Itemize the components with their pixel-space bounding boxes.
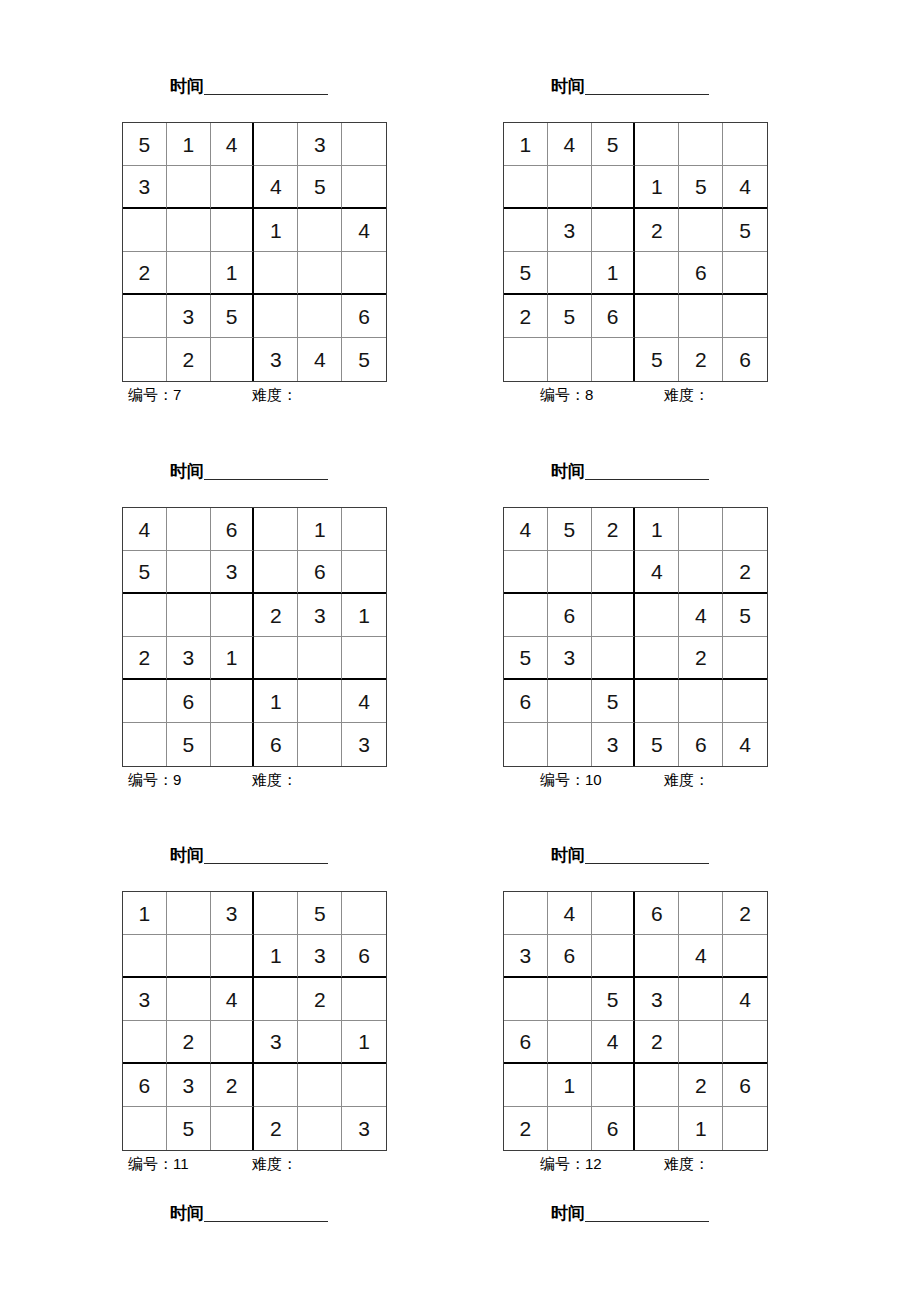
sudoku-grid-7: 514334514213562345 bbox=[122, 122, 387, 382]
cell-r6c3: 3 bbox=[592, 723, 636, 766]
cell-r2c3 bbox=[592, 935, 636, 978]
difficulty-label: 难度： bbox=[252, 771, 297, 788]
difficulty-label: 难度： bbox=[252, 386, 297, 403]
time-blank-line bbox=[204, 94, 328, 95]
cell-r6c2: 5 bbox=[167, 723, 211, 766]
cell-r4c2 bbox=[548, 1021, 592, 1064]
cell-r4c1: 2 bbox=[123, 637, 167, 680]
cell-r2c5 bbox=[679, 551, 723, 594]
puzzle-footer: 编号：11 难度： bbox=[128, 1155, 297, 1172]
cell-r1c5: 3 bbox=[298, 123, 342, 166]
puzzle-id: 编号：7 bbox=[128, 386, 252, 403]
puzzle-12: 时间 462364534642126261 编号：12 难度： bbox=[503, 846, 768, 1176]
cell-r6c6: 3 bbox=[342, 723, 386, 766]
time-blank-line bbox=[585, 94, 709, 95]
time-blank-line bbox=[204, 863, 328, 864]
cell-r6c3 bbox=[211, 338, 255, 381]
cell-r4c4 bbox=[635, 252, 679, 295]
cell-r4c5: 6 bbox=[679, 252, 723, 295]
time-label: 时间 bbox=[170, 462, 204, 482]
cell-r2c2 bbox=[167, 551, 211, 594]
cell-r6c4: 5 bbox=[635, 723, 679, 766]
cell-r6c1 bbox=[504, 338, 548, 381]
cell-r6c6: 6 bbox=[723, 338, 767, 381]
cell-r5c5 bbox=[298, 680, 342, 723]
cell-r1c2: 5 bbox=[548, 508, 592, 551]
time-header: 时间 bbox=[170, 846, 328, 866]
cell-r1c5 bbox=[679, 892, 723, 935]
sudoku-grid-12: 462364534642126261 bbox=[503, 891, 768, 1151]
cell-r4c6 bbox=[723, 1021, 767, 1064]
cell-r4c5 bbox=[679, 1021, 723, 1064]
cell-r2c5: 3 bbox=[298, 935, 342, 978]
cell-r2c3: 3 bbox=[211, 551, 255, 594]
puzzle-id-label: 编号： bbox=[540, 386, 585, 403]
cell-r2c1 bbox=[504, 551, 548, 594]
cell-r5c1: 6 bbox=[123, 1064, 167, 1107]
time-blank-line bbox=[204, 479, 328, 480]
cell-r2c5: 5 bbox=[679, 166, 723, 209]
cell-r5c3: 5 bbox=[211, 295, 255, 338]
cell-r4c2: 2 bbox=[167, 1021, 211, 1064]
cell-r1c1: 4 bbox=[504, 508, 548, 551]
puzzle-id: 编号：8 bbox=[540, 386, 664, 403]
time-blank-line bbox=[585, 1221, 709, 1222]
puzzle-number: 8 bbox=[585, 386, 593, 403]
sudoku-grid-9: 461536231231614563 bbox=[122, 507, 387, 767]
cell-r4c4: 3 bbox=[254, 1021, 298, 1064]
cell-r5c3: 5 bbox=[592, 680, 636, 723]
cell-r1c2: 4 bbox=[548, 892, 592, 935]
cell-r3c1 bbox=[123, 594, 167, 637]
cell-r5c1 bbox=[123, 295, 167, 338]
cell-r4c3: 1 bbox=[211, 252, 255, 295]
cell-r1c3: 3 bbox=[211, 892, 255, 935]
cell-r3c6: 4 bbox=[723, 978, 767, 1021]
puzzle-number: 11 bbox=[173, 1155, 189, 1172]
cell-r1c2: 1 bbox=[167, 123, 211, 166]
cell-r2c6: 6 bbox=[342, 935, 386, 978]
puzzle-id: 编号：11 bbox=[128, 1155, 252, 1172]
cell-r6c1 bbox=[504, 723, 548, 766]
cell-r3c3 bbox=[592, 594, 636, 637]
cell-r5c4 bbox=[254, 1064, 298, 1107]
cell-r3c2 bbox=[167, 594, 211, 637]
cell-r6c1 bbox=[123, 723, 167, 766]
cell-r5c2: 6 bbox=[167, 680, 211, 723]
cell-r6c2 bbox=[548, 723, 592, 766]
difficulty-label: 难度： bbox=[664, 1155, 709, 1172]
cell-r3c6: 5 bbox=[723, 209, 767, 252]
puzzle-id-label: 编号： bbox=[128, 1155, 173, 1172]
cell-r2c6 bbox=[723, 935, 767, 978]
cell-r1c3: 5 bbox=[592, 123, 636, 166]
cell-r3c1 bbox=[504, 594, 548, 637]
cell-r1c4 bbox=[635, 123, 679, 166]
cell-r6c6: 4 bbox=[723, 723, 767, 766]
cell-r4c6 bbox=[342, 252, 386, 295]
cell-r3c5 bbox=[679, 209, 723, 252]
cell-r6c2 bbox=[548, 338, 592, 381]
cell-r1c6 bbox=[723, 123, 767, 166]
cell-r5c4 bbox=[254, 295, 298, 338]
time-label: 时间 bbox=[551, 462, 585, 482]
cell-r3c4 bbox=[254, 978, 298, 1021]
cell-r6c4 bbox=[635, 1107, 679, 1150]
time-label: 时间 bbox=[170, 846, 204, 866]
cell-r6c5: 1 bbox=[679, 1107, 723, 1150]
cell-r2c2 bbox=[548, 551, 592, 594]
time-blank-line bbox=[585, 863, 709, 864]
cell-r3c3: 4 bbox=[211, 978, 255, 1021]
cell-r4c4 bbox=[254, 252, 298, 295]
cell-r3c2 bbox=[167, 978, 211, 1021]
cell-r2c4: 4 bbox=[254, 166, 298, 209]
cell-r3c4: 3 bbox=[635, 978, 679, 1021]
cell-r2c2: 6 bbox=[548, 935, 592, 978]
puzzle-footer: 编号：10 难度： bbox=[540, 771, 709, 788]
cell-r3c5: 2 bbox=[298, 978, 342, 1021]
cell-r2c5: 4 bbox=[679, 935, 723, 978]
cell-r5c4 bbox=[635, 680, 679, 723]
cell-r6c5: 2 bbox=[679, 338, 723, 381]
cell-r2c4 bbox=[635, 935, 679, 978]
puzzle-number: 12 bbox=[585, 1155, 602, 1172]
cell-r1c3 bbox=[592, 892, 636, 935]
time-header: 时间 bbox=[551, 846, 709, 866]
cell-r1c1: 1 bbox=[123, 892, 167, 935]
cell-r4c5 bbox=[298, 637, 342, 680]
cell-r6c6: 3 bbox=[342, 1107, 386, 1150]
cell-r3c6: 4 bbox=[342, 209, 386, 252]
cell-r3c4: 1 bbox=[254, 209, 298, 252]
cell-r4c1: 5 bbox=[504, 637, 548, 680]
cell-r5c2: 5 bbox=[548, 295, 592, 338]
cell-r6c4: 3 bbox=[254, 338, 298, 381]
cell-r2c2 bbox=[548, 166, 592, 209]
cell-r2c6 bbox=[342, 551, 386, 594]
cell-r4c3 bbox=[211, 1021, 255, 1064]
cell-r2c3 bbox=[211, 935, 255, 978]
cell-r1c5 bbox=[679, 508, 723, 551]
cell-r1c3: 6 bbox=[211, 508, 255, 551]
cell-r3c1 bbox=[504, 978, 548, 1021]
puzzle-id: 编号：12 bbox=[540, 1155, 664, 1172]
time-blank-line bbox=[585, 479, 709, 480]
cell-r4c4 bbox=[254, 637, 298, 680]
cell-r4c3: 1 bbox=[211, 637, 255, 680]
cell-r4c4 bbox=[635, 637, 679, 680]
cell-r5c2: 1 bbox=[548, 1064, 592, 1107]
cell-r2c3 bbox=[592, 166, 636, 209]
cell-r4c6 bbox=[342, 637, 386, 680]
cell-r6c4: 2 bbox=[254, 1107, 298, 1150]
puzzle-id: 编号：10 bbox=[540, 771, 664, 788]
cell-r6c5: 6 bbox=[679, 723, 723, 766]
puzzle-number: 7 bbox=[173, 386, 181, 403]
puzzle-footer: 编号：7 难度： bbox=[128, 386, 297, 403]
cell-r5c6: 6 bbox=[723, 1064, 767, 1107]
cell-r1c6: 2 bbox=[723, 892, 767, 935]
cell-r2c2 bbox=[167, 166, 211, 209]
cell-r2c4 bbox=[254, 551, 298, 594]
cell-r1c4: 1 bbox=[635, 508, 679, 551]
cell-r2c1: 3 bbox=[123, 166, 167, 209]
time-label: 时间 bbox=[551, 1204, 585, 1224]
difficulty-label: 难度： bbox=[252, 1155, 297, 1172]
cell-r4c5: 2 bbox=[679, 637, 723, 680]
cell-r3c3 bbox=[211, 209, 255, 252]
cell-r5c4 bbox=[635, 1064, 679, 1107]
cell-r6c5 bbox=[298, 1107, 342, 1150]
cell-r4c6 bbox=[723, 252, 767, 295]
sudoku-grid-11: 135136342231632523 bbox=[122, 891, 387, 1151]
puzzle-id-label: 编号： bbox=[128, 386, 173, 403]
cell-r2c3 bbox=[592, 551, 636, 594]
cell-r5c1: 6 bbox=[504, 680, 548, 723]
time-label: 时间 bbox=[551, 77, 585, 97]
cell-r2c6: 2 bbox=[723, 551, 767, 594]
cell-r3c3: 5 bbox=[592, 978, 636, 1021]
cell-r6c1: 2 bbox=[504, 1107, 548, 1150]
cell-r3c4: 2 bbox=[254, 594, 298, 637]
cell-r4c2 bbox=[548, 252, 592, 295]
cell-r1c1 bbox=[504, 892, 548, 935]
cell-r6c2 bbox=[548, 1107, 592, 1150]
cell-r5c1 bbox=[123, 680, 167, 723]
cell-r1c1: 5 bbox=[123, 123, 167, 166]
cell-r6c6: 5 bbox=[342, 338, 386, 381]
cell-r3c5: 4 bbox=[679, 594, 723, 637]
sudoku-grid-8: 145154325516256526 bbox=[503, 122, 768, 382]
puzzle-footer: 编号：9 难度： bbox=[128, 771, 297, 788]
cell-r6c1 bbox=[123, 1107, 167, 1150]
difficulty-label: 难度： bbox=[664, 386, 709, 403]
cell-r6c1 bbox=[123, 338, 167, 381]
cell-r5c6 bbox=[723, 295, 767, 338]
difficulty-label: 难度： bbox=[664, 771, 709, 788]
puzzle-10: 时间 452142645532653564 编号：10 难度： bbox=[503, 462, 768, 792]
cell-r2c6 bbox=[342, 166, 386, 209]
cell-r1c2: 4 bbox=[548, 123, 592, 166]
cell-r4c3: 4 bbox=[592, 1021, 636, 1064]
puzzle-9: 时间 461536231231614563 编号：9 难度： bbox=[122, 462, 387, 792]
puzzle-id-label: 编号： bbox=[540, 1155, 585, 1172]
cell-r6c3 bbox=[211, 1107, 255, 1150]
cell-r3c2: 3 bbox=[548, 209, 592, 252]
cell-r6c4: 6 bbox=[254, 723, 298, 766]
cell-r5c5 bbox=[679, 680, 723, 723]
cell-r4c5 bbox=[298, 252, 342, 295]
cell-r4c1: 6 bbox=[504, 1021, 548, 1064]
cell-r3c3 bbox=[592, 209, 636, 252]
cell-r3c4 bbox=[635, 594, 679, 637]
cell-r1c5 bbox=[679, 123, 723, 166]
cell-r3c1: 3 bbox=[123, 978, 167, 1021]
cell-r5c6 bbox=[342, 1064, 386, 1107]
cell-r1c4 bbox=[254, 892, 298, 935]
cell-r2c1: 5 bbox=[123, 551, 167, 594]
cell-r1c6 bbox=[342, 892, 386, 935]
cell-r3c6: 1 bbox=[342, 594, 386, 637]
next-time-header-left: 时间 bbox=[170, 1204, 328, 1224]
cell-r5c5: 2 bbox=[679, 1064, 723, 1107]
cell-r5c1 bbox=[504, 1064, 548, 1107]
cell-r4c6: 1 bbox=[342, 1021, 386, 1064]
cell-r4c3: 1 bbox=[592, 252, 636, 295]
cell-r2c6: 4 bbox=[723, 166, 767, 209]
puzzle-11: 时间 135136342231632523 编号：11 难度： bbox=[122, 846, 387, 1176]
cell-r4c2 bbox=[167, 252, 211, 295]
cell-r1c1: 1 bbox=[504, 123, 548, 166]
cell-r5c6: 6 bbox=[342, 295, 386, 338]
cell-r1c6 bbox=[723, 508, 767, 551]
time-label: 时间 bbox=[551, 846, 585, 866]
cell-r1c4 bbox=[254, 123, 298, 166]
cell-r6c5: 4 bbox=[298, 338, 342, 381]
cell-r4c4: 2 bbox=[635, 1021, 679, 1064]
cell-r2c4: 4 bbox=[635, 551, 679, 594]
cell-r5c3 bbox=[592, 1064, 636, 1107]
cell-r3c5 bbox=[679, 978, 723, 1021]
cell-r1c5: 5 bbox=[298, 892, 342, 935]
cell-r2c1 bbox=[123, 935, 167, 978]
cell-r3c1 bbox=[123, 209, 167, 252]
puzzle-id: 编号：9 bbox=[128, 771, 252, 788]
cell-r2c3 bbox=[211, 166, 255, 209]
cell-r1c1: 4 bbox=[123, 508, 167, 551]
time-label: 时间 bbox=[170, 1204, 204, 1224]
cell-r5c2: 3 bbox=[167, 1064, 211, 1107]
cell-r1c3: 2 bbox=[592, 508, 636, 551]
time-blank-line bbox=[204, 1221, 328, 1222]
time-header: 时间 bbox=[551, 77, 709, 97]
sudoku-worksheet-page: { "game": "sudoku", "variant": "6x6 grid… bbox=[0, 0, 920, 1302]
cell-r4c1: 2 bbox=[123, 252, 167, 295]
cell-r1c2 bbox=[167, 892, 211, 935]
cell-r3c4: 2 bbox=[635, 209, 679, 252]
cell-r3c1 bbox=[504, 209, 548, 252]
next-time-header-right: 时间 bbox=[551, 1204, 709, 1224]
cell-r6c3 bbox=[211, 723, 255, 766]
cell-r5c5 bbox=[298, 295, 342, 338]
cell-r1c6 bbox=[342, 123, 386, 166]
cell-r2c4: 1 bbox=[254, 935, 298, 978]
cell-r4c2: 3 bbox=[548, 637, 592, 680]
cell-r5c4 bbox=[635, 295, 679, 338]
cell-r3c2 bbox=[548, 978, 592, 1021]
time-header: 时间 bbox=[551, 462, 709, 482]
cell-r2c1 bbox=[504, 166, 548, 209]
cell-r1c2 bbox=[167, 508, 211, 551]
cell-r2c2 bbox=[167, 935, 211, 978]
cell-r5c6 bbox=[723, 680, 767, 723]
cell-r4c1 bbox=[123, 1021, 167, 1064]
cell-r2c5: 5 bbox=[298, 166, 342, 209]
cell-r4c5 bbox=[298, 1021, 342, 1064]
time-label: 时间 bbox=[170, 77, 204, 97]
cell-r1c4 bbox=[254, 508, 298, 551]
cell-r6c3 bbox=[592, 338, 636, 381]
cell-r6c4: 5 bbox=[635, 338, 679, 381]
puzzle-7: 时间 514334514213562345 编号：7 难度： bbox=[122, 77, 387, 407]
cell-r1c6 bbox=[342, 508, 386, 551]
cell-r5c3 bbox=[211, 680, 255, 723]
cell-r5c2 bbox=[548, 680, 592, 723]
puzzle-8: 时间 145154325516256526 编号：8 难度： bbox=[503, 77, 768, 407]
puzzle-id-label: 编号： bbox=[128, 771, 173, 788]
cell-r1c4: 6 bbox=[635, 892, 679, 935]
cell-r4c2: 3 bbox=[167, 637, 211, 680]
cell-r6c3: 6 bbox=[592, 1107, 636, 1150]
cell-r2c4: 1 bbox=[635, 166, 679, 209]
cell-r3c5 bbox=[298, 209, 342, 252]
cell-r5c3: 6 bbox=[592, 295, 636, 338]
cell-r5c1: 2 bbox=[504, 295, 548, 338]
sudoku-grid-10: 452142645532653564 bbox=[503, 507, 768, 767]
cell-r5c4: 1 bbox=[254, 680, 298, 723]
cell-r1c3: 4 bbox=[211, 123, 255, 166]
cell-r6c2: 2 bbox=[167, 338, 211, 381]
cell-r6c5 bbox=[298, 723, 342, 766]
cell-r5c2: 3 bbox=[167, 295, 211, 338]
cell-r2c1: 3 bbox=[504, 935, 548, 978]
puzzle-number: 10 bbox=[585, 771, 602, 788]
cell-r3c6: 5 bbox=[723, 594, 767, 637]
cell-r4c1: 5 bbox=[504, 252, 548, 295]
puzzle-footer: 编号：8 难度： bbox=[540, 386, 709, 403]
cell-r5c6: 4 bbox=[342, 680, 386, 723]
cell-r6c2: 5 bbox=[167, 1107, 211, 1150]
cell-r3c2: 6 bbox=[548, 594, 592, 637]
time-header: 时间 bbox=[170, 462, 328, 482]
cell-r3c3 bbox=[211, 594, 255, 637]
cell-r3c2 bbox=[167, 209, 211, 252]
cell-r1c5: 1 bbox=[298, 508, 342, 551]
cell-r4c6 bbox=[723, 637, 767, 680]
cell-r5c5 bbox=[679, 295, 723, 338]
cell-r5c3: 2 bbox=[211, 1064, 255, 1107]
cell-r3c5: 3 bbox=[298, 594, 342, 637]
cell-r5c5 bbox=[298, 1064, 342, 1107]
cell-r4c3 bbox=[592, 637, 636, 680]
cell-r6c6 bbox=[723, 1107, 767, 1150]
puzzle-footer: 编号：12 难度： bbox=[540, 1155, 709, 1172]
time-header: 时间 bbox=[170, 77, 328, 97]
puzzle-number: 9 bbox=[173, 771, 181, 788]
puzzle-id-label: 编号： bbox=[540, 771, 585, 788]
cell-r3c6 bbox=[342, 978, 386, 1021]
cell-r2c5: 6 bbox=[298, 551, 342, 594]
